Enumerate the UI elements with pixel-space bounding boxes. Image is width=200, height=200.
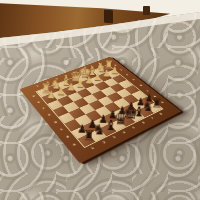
rank-label: 7	[88, 65, 95, 69]
file-label: D	[51, 120, 60, 126]
file-label: C	[57, 127, 66, 133]
file-label: E	[45, 113, 54, 119]
rank-label: 6	[80, 68, 87, 72]
photo-scene: HHGGFFEEDDCCBBAA1122334455667788 ♜♞♝♛♚♝♞…	[0, 0, 200, 200]
file-label: F	[40, 106, 48, 112]
rank-label: 2	[100, 140, 109, 147]
file-label: F	[124, 73, 131, 77]
rank-label: 6	[139, 120, 148, 126]
rank-label: 1	[35, 84, 43, 89]
rank-label: 3	[54, 77, 61, 81]
rank-label: 8	[157, 112, 166, 118]
file-label: E	[130, 78, 138, 82]
file-label: G	[34, 100, 42, 105]
rank-label: 3	[110, 135, 119, 142]
file-label: B	[151, 95, 159, 100]
furniture-detail	[143, 6, 150, 15]
furniture-detail	[104, 10, 113, 24]
rank-label: 4	[63, 74, 70, 78]
file-label: D	[137, 83, 145, 88]
rank-label: 5	[130, 125, 139, 131]
rank-label: 7	[149, 116, 158, 122]
rank-label: 2	[44, 81, 52, 86]
rank-label: 4	[120, 130, 129, 136]
rank-label: 1	[89, 145, 99, 152]
file-label: A	[159, 101, 167, 106]
board-square	[79, 104, 95, 115]
file-label: G	[118, 68, 125, 72]
file-label: H	[29, 94, 37, 99]
file-label: C	[144, 89, 152, 94]
file-label: A	[70, 142, 79, 149]
file-label: B	[63, 134, 72, 141]
file-label: H	[112, 64, 119, 68]
rank-label: 5	[71, 71, 78, 75]
